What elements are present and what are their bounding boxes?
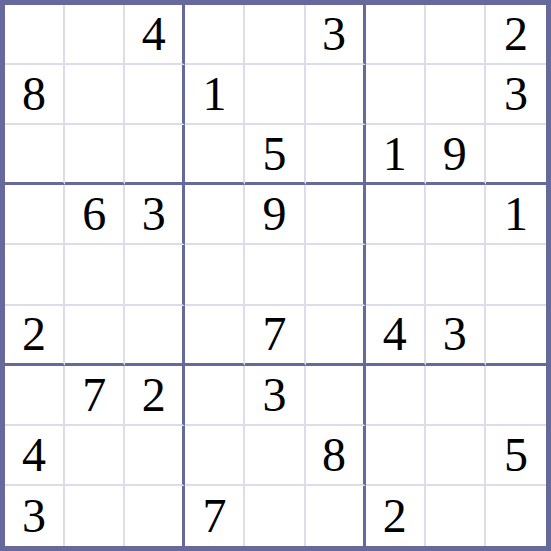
cell-empty-r2c2[interactable] xyxy=(65,65,125,125)
cell-empty-r2c8[interactable] xyxy=(426,65,486,125)
cell-given-r2c9: 3 xyxy=(486,65,546,125)
cell-empty-r5c8[interactable] xyxy=(426,245,486,305)
cell-empty-r7c9[interactable] xyxy=(486,366,546,426)
cell-empty-r5c3[interactable] xyxy=(125,245,185,305)
cell-empty-r3c4[interactable] xyxy=(185,125,245,185)
cell-empty-r7c4[interactable] xyxy=(185,366,245,426)
cell-empty-r6c6[interactable] xyxy=(306,306,366,366)
cell-empty-r4c1[interactable] xyxy=(5,185,65,245)
cell-empty-r9c9[interactable] xyxy=(486,486,546,546)
cell-given-r2c4: 1 xyxy=(185,65,245,125)
cell-empty-r4c6[interactable] xyxy=(306,185,366,245)
cell-given-r6c7: 4 xyxy=(366,306,426,366)
cell-given-r6c1: 2 xyxy=(5,306,65,366)
cell-empty-r4c8[interactable] xyxy=(426,185,486,245)
cell-empty-r1c5[interactable] xyxy=(245,5,305,65)
cell-empty-r5c5[interactable] xyxy=(245,245,305,305)
cell-empty-r7c8[interactable] xyxy=(426,366,486,426)
cell-empty-r2c7[interactable] xyxy=(366,65,426,125)
cell-empty-r3c9[interactable] xyxy=(486,125,546,185)
cell-empty-r5c1[interactable] xyxy=(5,245,65,305)
cell-given-r8c1: 4 xyxy=(5,426,65,486)
cell-given-r7c5: 3 xyxy=(245,366,305,426)
cell-empty-r8c3[interactable] xyxy=(125,426,185,486)
cell-empty-r3c6[interactable] xyxy=(306,125,366,185)
cell-empty-r2c3[interactable] xyxy=(125,65,185,125)
cell-empty-r3c1[interactable] xyxy=(5,125,65,185)
cell-empty-r7c6[interactable] xyxy=(306,366,366,426)
cell-given-r1c6: 3 xyxy=(306,5,366,65)
cell-given-r4c5: 9 xyxy=(245,185,305,245)
cell-empty-r1c8[interactable] xyxy=(426,5,486,65)
cell-empty-r8c4[interactable] xyxy=(185,426,245,486)
cell-empty-r5c7[interactable] xyxy=(366,245,426,305)
cell-given-r1c3: 4 xyxy=(125,5,185,65)
cell-empty-r7c7[interactable] xyxy=(366,366,426,426)
cell-empty-r3c3[interactable] xyxy=(125,125,185,185)
cell-empty-r8c7[interactable] xyxy=(366,426,426,486)
cell-empty-r2c6[interactable] xyxy=(306,65,366,125)
cell-empty-r1c1[interactable] xyxy=(5,5,65,65)
cell-given-r3c7: 1 xyxy=(366,125,426,185)
cell-empty-r6c9[interactable] xyxy=(486,306,546,366)
cell-empty-r9c8[interactable] xyxy=(426,486,486,546)
cell-given-r1c9: 2 xyxy=(486,5,546,65)
cell-given-r3c5: 5 xyxy=(245,125,305,185)
cell-given-r3c8: 9 xyxy=(426,125,486,185)
cell-empty-r5c6[interactable] xyxy=(306,245,366,305)
cell-empty-r1c4[interactable] xyxy=(185,5,245,65)
cell-given-r4c9: 1 xyxy=(486,185,546,245)
cell-empty-r6c2[interactable] xyxy=(65,306,125,366)
cell-given-r8c6: 8 xyxy=(306,426,366,486)
sudoku-board: 43281351963912743723485372 xyxy=(0,0,551,551)
cell-empty-r9c2[interactable] xyxy=(65,486,125,546)
cell-given-r7c3: 2 xyxy=(125,366,185,426)
cell-given-r9c7: 2 xyxy=(366,486,426,546)
cell-given-r4c2: 6 xyxy=(65,185,125,245)
cell-empty-r8c8[interactable] xyxy=(426,426,486,486)
cell-given-r9c4: 7 xyxy=(185,486,245,546)
cell-empty-r8c5[interactable] xyxy=(245,426,305,486)
cell-empty-r9c5[interactable] xyxy=(245,486,305,546)
cell-empty-r4c7[interactable] xyxy=(366,185,426,245)
cell-empty-r2c5[interactable] xyxy=(245,65,305,125)
cell-empty-r6c4[interactable] xyxy=(185,306,245,366)
cell-empty-r1c7[interactable] xyxy=(366,5,426,65)
cell-empty-r5c4[interactable] xyxy=(185,245,245,305)
cell-given-r7c2: 7 xyxy=(65,366,125,426)
cell-given-r9c1: 3 xyxy=(5,486,65,546)
cell-given-r6c5: 7 xyxy=(245,306,305,366)
cell-given-r8c9: 5 xyxy=(486,426,546,486)
cell-given-r4c3: 3 xyxy=(125,185,185,245)
cell-empty-r9c6[interactable] xyxy=(306,486,366,546)
cell-empty-r7c1[interactable] xyxy=(5,366,65,426)
cell-empty-r6c3[interactable] xyxy=(125,306,185,366)
cell-empty-r5c9[interactable] xyxy=(486,245,546,305)
cell-given-r6c8: 3 xyxy=(426,306,486,366)
cell-empty-r8c2[interactable] xyxy=(65,426,125,486)
cell-empty-r4c4[interactable] xyxy=(185,185,245,245)
cell-given-r2c1: 8 xyxy=(5,65,65,125)
cell-empty-r3c2[interactable] xyxy=(65,125,125,185)
cell-empty-r9c3[interactable] xyxy=(125,486,185,546)
cell-empty-r5c2[interactable] xyxy=(65,245,125,305)
cell-empty-r1c2[interactable] xyxy=(65,5,125,65)
